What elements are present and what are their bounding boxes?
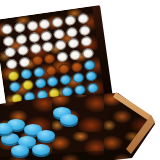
empty-hole[interactable] bbox=[64, 14, 76, 25]
empty-hole[interactable] bbox=[17, 45, 29, 56]
empty-hole[interactable] bbox=[80, 36, 92, 47]
empty-hole[interactable] bbox=[79, 24, 91, 35]
blue-disc[interactable] bbox=[72, 72, 84, 83]
empty-hole[interactable] bbox=[55, 39, 67, 50]
empty-hole[interactable] bbox=[15, 33, 27, 44]
blue-disc[interactable] bbox=[85, 71, 97, 82]
blue-disc[interactable] bbox=[34, 78, 46, 89]
empty-hole[interactable] bbox=[13, 22, 25, 33]
loose-blue-disc[interactable] bbox=[32, 144, 50, 155]
empty-hole-amber[interactable] bbox=[44, 53, 56, 64]
loose-blue-disc[interactable] bbox=[1, 133, 19, 144]
blue-disc[interactable] bbox=[74, 84, 86, 95]
blue-disc[interactable] bbox=[61, 86, 73, 97]
empty-hole[interactable] bbox=[18, 56, 30, 67]
blue-disc[interactable] bbox=[47, 76, 59, 87]
empty-hole[interactable] bbox=[1, 23, 13, 34]
empty-hole[interactable] bbox=[52, 16, 64, 27]
empty-hole-amber[interactable] bbox=[71, 61, 83, 72]
blue-disc[interactable] bbox=[33, 66, 45, 77]
blue-disc[interactable] bbox=[60, 74, 72, 85]
board-grid bbox=[0, 12, 100, 106]
empty-hole[interactable] bbox=[28, 31, 40, 42]
empty-hole[interactable] bbox=[40, 30, 52, 41]
empty-hole-amber[interactable] bbox=[58, 63, 70, 74]
empty-hole[interactable] bbox=[26, 20, 38, 31]
empty-hole[interactable] bbox=[82, 47, 94, 58]
empty-hole[interactable] bbox=[29, 43, 41, 54]
yellow-disc[interactable] bbox=[22, 80, 34, 91]
empty-hole[interactable] bbox=[2, 35, 14, 46]
yellow-disc[interactable] bbox=[7, 70, 19, 81]
blue-disc[interactable] bbox=[84, 59, 96, 70]
blue-disc[interactable] bbox=[20, 68, 32, 79]
blue-disc[interactable] bbox=[9, 81, 21, 92]
empty-hole[interactable] bbox=[6, 58, 18, 69]
loose-blue-disc[interactable] bbox=[11, 145, 29, 156]
empty-hole[interactable] bbox=[4, 47, 16, 58]
loose-blue-disc[interactable] bbox=[37, 130, 55, 141]
empty-hole[interactable] bbox=[42, 41, 54, 52]
empty-hole[interactable] bbox=[53, 28, 65, 39]
empty-hole[interactable] bbox=[56, 51, 68, 62]
empty-hole[interactable] bbox=[68, 38, 80, 49]
photo-scene bbox=[0, 0, 160, 160]
empty-hole[interactable] bbox=[77, 13, 89, 24]
loose-blue-disc[interactable] bbox=[60, 114, 78, 125]
empty-hole[interactable] bbox=[69, 49, 81, 60]
empty-hole[interactable] bbox=[39, 18, 51, 29]
empty-hole[interactable] bbox=[66, 26, 78, 37]
empty-hole-amber[interactable] bbox=[31, 55, 43, 66]
blue-disc[interactable] bbox=[87, 82, 99, 93]
empty-hole-amber[interactable] bbox=[45, 64, 57, 75]
